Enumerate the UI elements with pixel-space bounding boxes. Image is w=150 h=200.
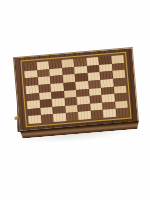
square-a1 [28, 115, 41, 124]
square-h1 [115, 108, 128, 117]
chess-board [13, 47, 139, 132]
board-frame [13, 47, 139, 132]
square-g1 [103, 109, 116, 118]
product-photo [0, 0, 150, 200]
square-b1 [41, 114, 54, 123]
board-grid [24, 55, 129, 124]
square-e1 [78, 111, 91, 120]
square-f1 [90, 110, 103, 119]
gold-pinstripe-border [20, 52, 131, 128]
square-c1 [53, 113, 66, 122]
square-d1 [65, 112, 78, 121]
